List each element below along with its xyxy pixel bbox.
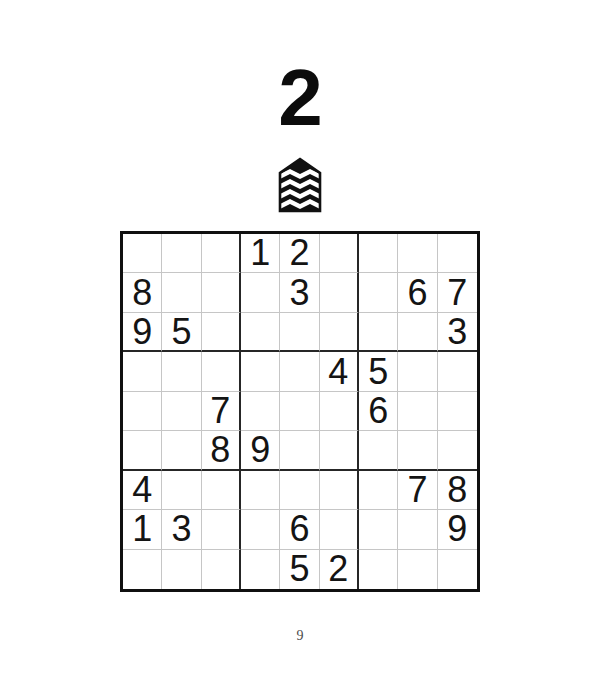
sudoku-cell-empty[interactable] bbox=[202, 234, 241, 273]
zigzag-pencil-icon bbox=[277, 157, 323, 213]
sudoku-cell-given[interactable]: 8 bbox=[438, 471, 477, 510]
sudoku-cell-given[interactable]: 7 bbox=[202, 392, 241, 431]
sudoku-cell-empty[interactable] bbox=[202, 273, 241, 312]
sudoku-cell-given[interactable]: 8 bbox=[123, 273, 162, 312]
sudoku-cell-empty[interactable] bbox=[123, 550, 162, 589]
sudoku-cell-empty[interactable] bbox=[123, 352, 162, 391]
sudoku-cell-given[interactable]: 7 bbox=[438, 273, 477, 312]
sudoku-cell-empty[interactable] bbox=[241, 273, 280, 312]
sudoku-cell-empty[interactable] bbox=[438, 234, 477, 273]
sudoku-cell-empty[interactable] bbox=[162, 273, 201, 312]
sudoku-cell-empty[interactable] bbox=[320, 471, 359, 510]
sudoku-cell-given[interactable]: 5 bbox=[280, 550, 319, 589]
sudoku-cell-given[interactable]: 3 bbox=[162, 510, 201, 549]
sudoku-cell-given[interactable]: 7 bbox=[398, 471, 437, 510]
sudoku-cell-empty[interactable] bbox=[320, 431, 359, 470]
sudoku-cell-given[interactable]: 8 bbox=[202, 431, 241, 470]
sudoku-cell-empty[interactable] bbox=[359, 510, 398, 549]
sudoku-cell-given[interactable]: 6 bbox=[280, 510, 319, 549]
sudoku-cell-empty[interactable] bbox=[398, 550, 437, 589]
sudoku-cell-empty[interactable] bbox=[359, 431, 398, 470]
sudoku-cell-empty[interactable] bbox=[241, 392, 280, 431]
sudoku-cell-given[interactable]: 2 bbox=[320, 550, 359, 589]
sudoku-cell-empty[interactable] bbox=[162, 550, 201, 589]
sudoku-cell-empty[interactable] bbox=[241, 550, 280, 589]
sudoku-cell-empty[interactable] bbox=[123, 431, 162, 470]
sudoku-cell-empty[interactable] bbox=[398, 313, 437, 352]
sudoku-cell-given[interactable]: 4 bbox=[123, 471, 162, 510]
sudoku-cell-empty[interactable] bbox=[280, 471, 319, 510]
sudoku-cell-given[interactable]: 3 bbox=[438, 313, 477, 352]
sudoku-cell-empty[interactable] bbox=[398, 431, 437, 470]
sudoku-cell-empty[interactable] bbox=[398, 234, 437, 273]
sudoku-cell-given[interactable]: 9 bbox=[241, 431, 280, 470]
sudoku-cell-empty[interactable] bbox=[398, 392, 437, 431]
sudoku-cell-given[interactable]: 9 bbox=[438, 510, 477, 549]
sudoku-cell-empty[interactable] bbox=[202, 471, 241, 510]
sudoku-cell-empty[interactable] bbox=[202, 550, 241, 589]
sudoku-cell-empty[interactable] bbox=[359, 234, 398, 273]
sudoku-cell-empty[interactable] bbox=[202, 352, 241, 391]
sudoku-cell-given[interactable]: 5 bbox=[162, 313, 201, 352]
puzzle-number-title: 2 bbox=[0, 0, 600, 138]
sudoku-cell-empty[interactable] bbox=[359, 273, 398, 312]
sudoku-cell-empty[interactable] bbox=[280, 352, 319, 391]
sudoku-cell-empty[interactable] bbox=[241, 510, 280, 549]
sudoku-cell-given[interactable]: 6 bbox=[398, 273, 437, 312]
sudoku-cell-empty[interactable] bbox=[398, 510, 437, 549]
sudoku-cell-empty[interactable] bbox=[280, 431, 319, 470]
sudoku-cell-empty[interactable] bbox=[162, 392, 201, 431]
sudoku-cell-given[interactable]: 2 bbox=[280, 234, 319, 273]
sudoku-cell-empty[interactable] bbox=[320, 313, 359, 352]
sudoku-cell-empty[interactable] bbox=[320, 392, 359, 431]
sudoku-cell-given[interactable]: 5 bbox=[359, 352, 398, 391]
sudoku-cell-given[interactable]: 6 bbox=[359, 392, 398, 431]
sudoku-cell-empty[interactable] bbox=[241, 313, 280, 352]
sudoku-cell-empty[interactable] bbox=[438, 550, 477, 589]
sudoku-cell-empty[interactable] bbox=[162, 352, 201, 391]
sudoku-cell-empty[interactable] bbox=[398, 352, 437, 391]
sudoku-cell-empty[interactable] bbox=[241, 471, 280, 510]
sudoku-cell-empty[interactable] bbox=[123, 392, 162, 431]
sudoku-cell-empty[interactable] bbox=[438, 392, 477, 431]
sudoku-cell-given[interactable]: 1 bbox=[241, 234, 280, 273]
sudoku-cell-empty[interactable] bbox=[280, 392, 319, 431]
sudoku-cell-empty[interactable] bbox=[438, 352, 477, 391]
sudoku-cell-given[interactable]: 9 bbox=[123, 313, 162, 352]
sudoku-cell-empty[interactable] bbox=[280, 313, 319, 352]
sudoku-cell-empty[interactable] bbox=[320, 510, 359, 549]
sudoku-cell-empty[interactable] bbox=[202, 510, 241, 549]
sudoku-book-page: 2 128367953457689478136952 9 bbox=[0, 0, 600, 695]
sudoku-cell-given[interactable]: 3 bbox=[280, 273, 319, 312]
sudoku-cell-empty[interactable] bbox=[162, 471, 201, 510]
sudoku-cell-empty[interactable] bbox=[320, 273, 359, 312]
sudoku-cell-empty[interactable] bbox=[359, 313, 398, 352]
sudoku-cell-empty[interactable] bbox=[123, 234, 162, 273]
sudoku-grid: 128367953457689478136952 bbox=[120, 231, 480, 592]
sudoku-cell-empty[interactable] bbox=[438, 431, 477, 470]
sudoku-cell-given[interactable]: 4 bbox=[320, 352, 359, 391]
sudoku-cell-empty[interactable] bbox=[320, 234, 359, 273]
sudoku-cell-empty[interactable] bbox=[359, 550, 398, 589]
sudoku-cell-empty[interactable] bbox=[241, 352, 280, 391]
sudoku-cell-empty[interactable] bbox=[202, 313, 241, 352]
sudoku-cell-empty[interactable] bbox=[162, 234, 201, 273]
sudoku-cell-empty[interactable] bbox=[359, 471, 398, 510]
page-number: 9 bbox=[0, 628, 600, 644]
sudoku-cell-empty[interactable] bbox=[162, 431, 201, 470]
sudoku-cell-given[interactable]: 1 bbox=[123, 510, 162, 549]
